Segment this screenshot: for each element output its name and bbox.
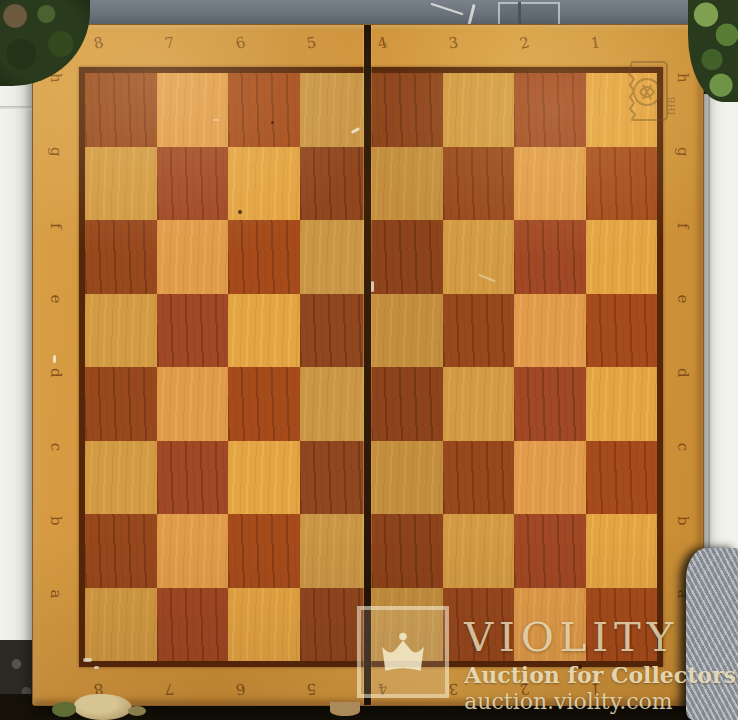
- rank-label-bottom-3: 3: [418, 679, 490, 699]
- square-f5: [300, 220, 372, 294]
- board-foot: [330, 702, 360, 716]
- square-g6: [228, 147, 300, 221]
- square-c8: [85, 441, 157, 515]
- file-label-right-f: f: [646, 210, 720, 240]
- square-b8: [85, 514, 157, 588]
- file-labels-left: hgfedcba: [41, 41, 71, 631]
- paint-speck: [53, 355, 56, 363]
- square-d4: [371, 367, 443, 441]
- square-a4: [371, 588, 443, 662]
- file-label-left-d: d: [19, 358, 93, 388]
- rank-label-top-7: 7: [133, 30, 206, 57]
- square-a6: [228, 588, 300, 662]
- rank-label-bottom-6: 6: [204, 675, 277, 704]
- square-e6: [228, 294, 300, 368]
- square-b6: [228, 514, 300, 588]
- paint-speck: [94, 666, 99, 669]
- square-h7: [157, 73, 229, 147]
- rank-label-bottom-2: 2: [488, 675, 561, 704]
- square-h4: [371, 73, 443, 147]
- file-label-right-g: g: [646, 137, 720, 167]
- square-c4: [371, 441, 443, 515]
- paint-speck: [83, 658, 92, 662]
- square-f2: [514, 220, 586, 294]
- square-f3: [443, 220, 515, 294]
- square-f7: [157, 220, 229, 294]
- square-e4: [371, 294, 443, 368]
- square-e3: [443, 294, 515, 368]
- board-frame: [79, 67, 663, 667]
- square-g2: [514, 147, 586, 221]
- square-f6: [228, 220, 300, 294]
- file-label-right-c: c: [646, 432, 720, 462]
- square-a8: [85, 588, 157, 662]
- square-g4: [371, 147, 443, 221]
- photo-scene: 87654321 87654321 hgfedcba hgfedcba ІНВ: [0, 0, 738, 720]
- square-f8: [85, 220, 157, 294]
- square-h2: [514, 73, 586, 147]
- square-a5: [300, 588, 372, 662]
- rank-label-top-2: 2: [488, 26, 561, 60]
- rank-label-bottom-5: 5: [276, 679, 348, 699]
- square-b7: [157, 514, 229, 588]
- file-label-left-a: a: [19, 579, 93, 609]
- square-c2: [514, 441, 586, 515]
- wood-knot: [271, 121, 274, 124]
- square-b4: [371, 514, 443, 588]
- wood-knot: [238, 210, 242, 214]
- scratch-mark: [213, 119, 219, 121]
- rank-label-top-5: 5: [275, 30, 348, 57]
- file-label-right-b: b: [646, 505, 720, 535]
- file-label-left-f: f: [19, 210, 93, 240]
- chessboard: 87654321 87654321 hgfedcba hgfedcba ІНВ: [32, 24, 704, 706]
- square-d3: [443, 367, 515, 441]
- board-hinge-seam: [364, 25, 371, 705]
- wood-knot: [578, 665, 582, 669]
- square-e5: [300, 294, 372, 368]
- rank-labels-top: 87654321: [63, 34, 631, 52]
- square-c6: [228, 441, 300, 515]
- square-d2: [514, 367, 586, 441]
- rank-label-top-3: 3: [417, 30, 490, 57]
- plant-bit: [128, 706, 146, 716]
- knit-fabric: [686, 548, 738, 720]
- square-c7: [157, 441, 229, 515]
- square-h6: [228, 73, 300, 147]
- square-d6: [228, 367, 300, 441]
- square-e2: [514, 294, 586, 368]
- stamp-emblem-mark: [640, 85, 654, 99]
- square-d7: [157, 367, 229, 441]
- rank-labels-bottom: 87654321: [63, 680, 631, 698]
- square-h3: [443, 73, 515, 147]
- square-e7: [157, 294, 229, 368]
- rank-label-bottom-7: 7: [134, 679, 206, 699]
- board-grid: [85, 73, 657, 661]
- square-b5: [300, 514, 372, 588]
- factory-ink-stamp: ІНВ: [619, 55, 679, 129]
- square-g7: [157, 147, 229, 221]
- plant-bit: [52, 702, 76, 717]
- file-label-left-b: b: [19, 505, 93, 535]
- rank-label-top-6: 6: [204, 26, 277, 60]
- stamp-text: ІНВ: [667, 97, 677, 115]
- square-d8: [85, 367, 157, 441]
- square-a3: [443, 588, 515, 662]
- file-label-right-d: d: [646, 358, 720, 388]
- square-a2: [514, 588, 586, 662]
- square-c5: [300, 441, 372, 515]
- square-d5: [300, 367, 372, 441]
- square-g8: [85, 147, 157, 221]
- file-label-left-c: c: [19, 432, 93, 462]
- square-g3: [443, 147, 515, 221]
- square-f4: [371, 220, 443, 294]
- square-e8: [85, 294, 157, 368]
- square-h5: [300, 73, 372, 147]
- square-h8: [85, 73, 157, 147]
- rank-label-bottom-4: 4: [346, 675, 419, 704]
- panel-groove: [0, 106, 34, 110]
- stone: [74, 694, 132, 720]
- rank-label-bottom-1: 1: [560, 679, 632, 699]
- square-a7: [157, 588, 229, 662]
- rank-label-top-1: 1: [559, 30, 632, 57]
- file-label-left-g: g: [19, 137, 93, 167]
- paint-speck: [371, 281, 374, 292]
- square-b3: [443, 514, 515, 588]
- file-label-left-e: e: [19, 284, 93, 314]
- file-label-right-e: e: [646, 284, 720, 314]
- square-c3: [443, 441, 515, 515]
- square-g5: [300, 147, 372, 221]
- square-b2: [514, 514, 586, 588]
- rank-label-top-4: 4: [346, 26, 419, 60]
- file-labels-right: hgfedcba: [668, 41, 698, 631]
